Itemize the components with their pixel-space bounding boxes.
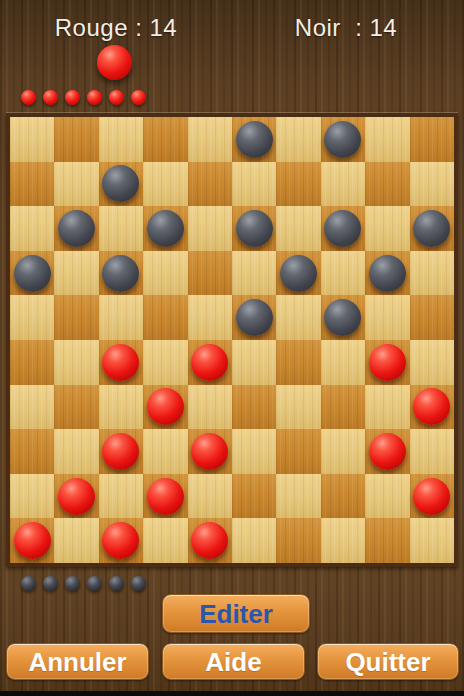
board-square[interactable] [365, 251, 409, 296]
black-score-label: Noir : 14 [295, 14, 397, 42]
board-square [143, 518, 187, 563]
board-square[interactable] [143, 385, 187, 430]
board-square[interactable] [188, 251, 232, 296]
black-checker-piece[interactable] [236, 121, 273, 158]
board-square[interactable] [143, 206, 187, 251]
red-checker-piece[interactable] [147, 388, 184, 425]
board-square [54, 162, 98, 207]
black-checker-piece[interactable] [413, 210, 450, 247]
checkers-board[interactable] [6, 113, 458, 567]
red-checker-piece[interactable] [191, 433, 228, 470]
board-square [54, 518, 98, 563]
black-checker-piece[interactable] [102, 255, 139, 292]
turn-indicator-red-piece [97, 45, 132, 80]
red-captured-dot [65, 90, 80, 105]
board-square [321, 251, 365, 296]
board-square[interactable] [321, 474, 365, 519]
board-square[interactable] [276, 429, 320, 474]
board-square[interactable] [10, 518, 54, 563]
black-checker-piece[interactable] [236, 210, 273, 247]
red-captured-dot [43, 90, 58, 105]
captured-red-tray [21, 90, 146, 105]
board-square [232, 251, 276, 296]
board-square[interactable] [232, 295, 276, 340]
board-square [365, 385, 409, 430]
red-checker-piece[interactable] [102, 522, 139, 559]
board-square [410, 429, 454, 474]
board-square [54, 251, 98, 296]
board-square [10, 206, 54, 251]
board-square [232, 162, 276, 207]
board-square[interactable] [188, 429, 232, 474]
board-square [276, 117, 320, 162]
black-checker-piece[interactable] [324, 210, 361, 247]
board-square[interactable] [188, 340, 232, 385]
board-square [410, 518, 454, 563]
board-square[interactable] [410, 295, 454, 340]
board-square[interactable] [143, 117, 187, 162]
board-square [365, 117, 409, 162]
board-square[interactable] [99, 340, 143, 385]
red-checker-piece[interactable] [102, 433, 139, 470]
board-square[interactable] [232, 206, 276, 251]
board-square [99, 206, 143, 251]
red-checker-piece[interactable] [147, 478, 184, 515]
board-square [143, 340, 187, 385]
board-square [188, 117, 232, 162]
black-checker-piece[interactable] [236, 299, 273, 336]
board-square [10, 295, 54, 340]
board-square[interactable] [54, 474, 98, 519]
board-square[interactable] [54, 385, 98, 430]
board-square[interactable] [410, 474, 454, 519]
board-square [232, 340, 276, 385]
board-square[interactable] [321, 385, 365, 430]
board-square[interactable] [276, 518, 320, 563]
board-square[interactable] [99, 518, 143, 563]
board-square[interactable] [276, 340, 320, 385]
board-square[interactable] [10, 251, 54, 296]
bottom-bezel-strip [0, 691, 464, 696]
board-square [321, 162, 365, 207]
board-square [188, 295, 232, 340]
captured-black-tray [21, 576, 146, 591]
red-checker-piece[interactable] [369, 433, 406, 470]
board-square [188, 474, 232, 519]
board-square [99, 474, 143, 519]
board-square[interactable] [54, 117, 98, 162]
board-square [54, 340, 98, 385]
board-square [410, 340, 454, 385]
black-captured-dot [65, 576, 80, 591]
board-square[interactable] [54, 295, 98, 340]
red-checker-piece[interactable] [191, 522, 228, 559]
board-square[interactable] [99, 429, 143, 474]
board-square [365, 206, 409, 251]
red-captured-dot [21, 90, 36, 105]
board-square[interactable] [232, 474, 276, 519]
black-captured-dot [109, 576, 124, 591]
board-square[interactable] [321, 117, 365, 162]
board-square[interactable] [188, 162, 232, 207]
red-captured-dot [87, 90, 102, 105]
board-square[interactable] [99, 162, 143, 207]
board-square[interactable] [143, 474, 187, 519]
board-square [188, 206, 232, 251]
board-square[interactable] [365, 429, 409, 474]
board-square[interactable] [276, 162, 320, 207]
board-square [99, 295, 143, 340]
board-square [321, 518, 365, 563]
red-score-label: Rouge : 14 [55, 14, 177, 42]
red-checker-piece[interactable] [191, 344, 228, 381]
board-square [143, 429, 187, 474]
board-square [54, 429, 98, 474]
board-square [321, 429, 365, 474]
board-square [276, 206, 320, 251]
black-captured-dot [21, 576, 36, 591]
board-square[interactable] [232, 117, 276, 162]
board-square[interactable] [410, 385, 454, 430]
black-checker-piece[interactable] [147, 210, 184, 247]
board-square [410, 162, 454, 207]
undo-button[interactable]: Annuler [6, 643, 149, 680]
board-square[interactable] [276, 251, 320, 296]
black-captured-dot [131, 576, 146, 591]
board-square[interactable] [10, 162, 54, 207]
quit-button[interactable]: Quitter [317, 643, 459, 680]
board-square[interactable] [54, 206, 98, 251]
black-checker-piece[interactable] [14, 255, 51, 292]
red-checker-piece[interactable] [58, 478, 95, 515]
board-square [10, 474, 54, 519]
board-square [365, 295, 409, 340]
red-checker-piece[interactable] [14, 522, 51, 559]
board-square [365, 474, 409, 519]
board-square[interactable] [365, 340, 409, 385]
black-checker-piece[interactable] [280, 255, 317, 292]
red-captured-dot [131, 90, 146, 105]
board-square [410, 251, 454, 296]
black-checker-piece[interactable] [369, 255, 406, 292]
board-square [10, 385, 54, 430]
board-square[interactable] [410, 206, 454, 251]
board-square[interactable] [365, 518, 409, 563]
red-checker-piece[interactable] [413, 388, 450, 425]
board-square [276, 295, 320, 340]
board-square [143, 162, 187, 207]
board-square[interactable] [232, 385, 276, 430]
black-captured-dot [43, 576, 58, 591]
board-square [232, 429, 276, 474]
black-captured-dot [87, 576, 102, 591]
black-checker-piece[interactable] [58, 210, 95, 247]
black-checker-piece[interactable] [324, 299, 361, 336]
red-checker-piece[interactable] [102, 344, 139, 381]
black-checker-piece[interactable] [324, 121, 361, 158]
board-square [276, 474, 320, 519]
board-square [188, 385, 232, 430]
edit-button[interactable]: Editer [162, 594, 310, 633]
board-square[interactable] [410, 117, 454, 162]
board-square [232, 518, 276, 563]
app-screen: Rouge : 14 Noir : 14 Editer Annuler Aide… [0, 0, 464, 696]
board-square[interactable] [188, 518, 232, 563]
board-square[interactable] [99, 251, 143, 296]
red-checker-piece[interactable] [413, 478, 450, 515]
board-square[interactable] [321, 295, 365, 340]
red-captured-dot [109, 90, 124, 105]
board-square[interactable] [321, 206, 365, 251]
black-checker-piece[interactable] [102, 165, 139, 202]
board-square[interactable] [10, 429, 54, 474]
board-square[interactable] [10, 340, 54, 385]
board-square [99, 385, 143, 430]
board-square[interactable] [365, 162, 409, 207]
board-square [143, 251, 187, 296]
red-checker-piece[interactable] [369, 344, 406, 381]
board-square [99, 117, 143, 162]
board-square [10, 117, 54, 162]
board-square[interactable] [143, 295, 187, 340]
help-button[interactable]: Aide [162, 643, 305, 680]
board-square [276, 385, 320, 430]
board-square [321, 340, 365, 385]
